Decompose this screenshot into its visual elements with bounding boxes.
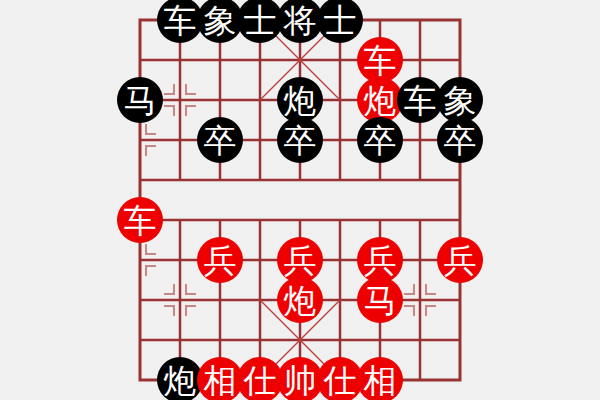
xiangqi-board: 车象士将士车马炮炮车象卒卒卒卒车兵兵兵兵炮马炮相仕帅仕相 — [0, 0, 600, 400]
piece-red-chariot[interactable]: 车 — [117, 197, 163, 243]
piece-red-soldier[interactable]: 兵 — [197, 237, 243, 283]
piece-black-advisor[interactable]: 士 — [317, 0, 363, 43]
piece-black-horse[interactable]: 马 — [117, 77, 163, 123]
xiangqi-app: 车象士将士车马炮炮车象卒卒卒卒车兵兵兵兵炮马炮相仕帅仕相 — [0, 0, 600, 400]
piece-red-cannon[interactable]: 炮 — [277, 277, 323, 323]
piece-black-soldier[interactable]: 卒 — [197, 117, 243, 163]
piece-red-horse[interactable]: 马 — [357, 277, 403, 323]
piece-black-soldier[interactable]: 卒 — [437, 117, 483, 163]
piece-red-soldier[interactable]: 兵 — [437, 237, 483, 283]
pieces-layer: 车象士将士车马炮炮车象卒卒卒卒车兵兵兵兵炮马炮相仕帅仕相 — [0, 0, 600, 400]
piece-red-elephant[interactable]: 相 — [357, 357, 403, 400]
piece-black-soldier[interactable]: 卒 — [277, 117, 323, 163]
piece-black-soldier[interactable]: 卒 — [357, 117, 403, 163]
